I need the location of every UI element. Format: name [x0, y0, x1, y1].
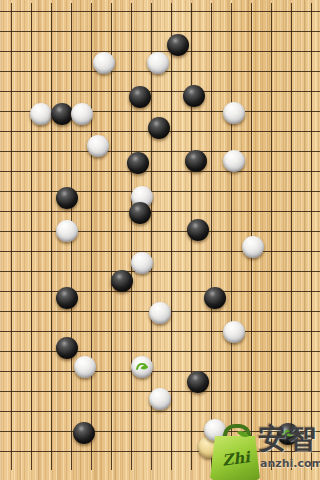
white-stone [131, 252, 153, 274]
white-stone [71, 103, 93, 125]
white-stone [223, 321, 245, 343]
black-stone [148, 117, 170, 139]
grid-horizontal-line [0, 211, 320, 212]
black-stone [129, 202, 151, 224]
grid-vertical-line [291, 3, 292, 470]
watermark-domain-text: anzhi.com [260, 457, 320, 470]
grid-vertical-line [11, 3, 12, 470]
black-stone [204, 287, 226, 309]
grid-horizontal-line [0, 11, 320, 12]
grid-vertical-line [231, 3, 232, 470]
grid-horizontal-line [0, 371, 320, 372]
grid-horizontal-line [0, 191, 320, 192]
grid-vertical-line [311, 3, 312, 470]
black-stone [167, 34, 189, 56]
white-stone [93, 52, 115, 74]
white-stone [147, 52, 169, 74]
black-stone [56, 337, 78, 359]
white-stone [242, 236, 264, 258]
white-stone [30, 103, 52, 125]
grid-horizontal-line [0, 291, 320, 292]
anzhi-watermark: Zhi 安智 anzhi.com [196, 418, 320, 480]
grid-horizontal-line [0, 171, 320, 172]
black-stone [185, 150, 207, 172]
grid-vertical-line [31, 3, 32, 470]
black-stone [56, 187, 78, 209]
black-stone [73, 422, 95, 444]
go-board[interactable]: Zhi 安智 anzhi.com [0, 0, 320, 480]
grid-vertical-line [111, 3, 112, 470]
grid-horizontal-line [0, 91, 320, 92]
grid-vertical-line [171, 3, 172, 470]
black-stone [127, 152, 149, 174]
black-stone [129, 86, 151, 108]
white-stone [223, 150, 245, 172]
grid-vertical-line [91, 3, 92, 470]
white-stone [223, 102, 245, 124]
grid-horizontal-line [0, 271, 320, 272]
grid-vertical-line [211, 3, 212, 470]
watermark-brand-text: 安智 [258, 424, 320, 454]
grid-horizontal-line [0, 331, 320, 332]
white-stone [56, 220, 78, 242]
grid-horizontal-line [0, 231, 320, 232]
grid-vertical-line [271, 3, 272, 470]
black-stone [187, 371, 209, 393]
grid-horizontal-line [0, 351, 320, 352]
black-stone [56, 287, 78, 309]
grid-vertical-line [51, 3, 52, 470]
black-stone [187, 219, 209, 241]
white-stone [149, 388, 171, 410]
grid-horizontal-line [0, 31, 320, 32]
white-stone [87, 135, 109, 157]
anzhi-bag-icon: Zhi [210, 426, 260, 480]
black-stone [111, 270, 133, 292]
grid-horizontal-line [0, 151, 320, 152]
white-stone [149, 302, 171, 324]
black-stone [183, 85, 205, 107]
grid-horizontal-line [0, 411, 320, 412]
grid-horizontal-line [0, 251, 320, 252]
green-last-move-marker-icon [135, 360, 149, 372]
black-stone [51, 103, 73, 125]
white-stone [74, 356, 96, 378]
white-stone [131, 356, 153, 378]
grid-vertical-line [131, 3, 132, 470]
